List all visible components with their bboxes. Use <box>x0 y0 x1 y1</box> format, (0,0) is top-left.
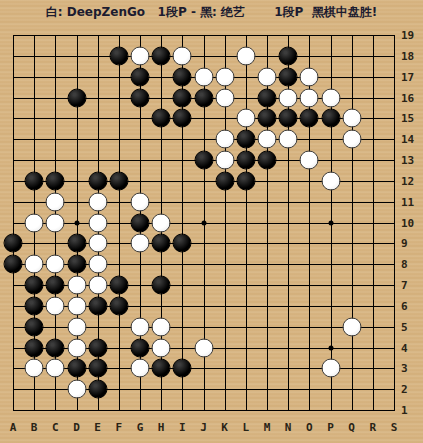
white-stone-L18 <box>236 46 255 65</box>
white-stone-P16 <box>321 88 340 107</box>
white-stone-G11 <box>131 192 150 211</box>
white-stone-C8 <box>46 255 65 274</box>
white-stone-E11 <box>88 192 107 211</box>
black-stone-L12 <box>236 171 255 190</box>
black-stone-N17 <box>279 67 298 86</box>
black-stone-B6 <box>25 296 44 315</box>
row-label-4: 4 <box>401 341 421 354</box>
white-stone-Q15 <box>342 109 361 128</box>
black-stone-I16 <box>173 88 192 107</box>
black-stone-D9 <box>67 234 86 253</box>
white-stone-Q5 <box>342 317 361 336</box>
white-stone-E9 <box>88 234 107 253</box>
row-label-11: 11 <box>401 195 421 208</box>
white-stone-Q14 <box>342 130 361 149</box>
column-label-Q: Q <box>348 421 355 434</box>
white-stone-C11 <box>46 192 65 211</box>
row-label-18: 18 <box>401 49 421 62</box>
column-label-E: E <box>94 421 101 434</box>
black-stone-M13 <box>258 151 277 170</box>
black-stone-I3 <box>173 359 192 378</box>
column-label-L: L <box>243 421 250 434</box>
white-stone-G18 <box>131 46 150 65</box>
white-stone-O16 <box>300 88 319 107</box>
black-stone-F6 <box>109 296 128 315</box>
column-label-S: S <box>391 421 398 434</box>
column-label-O: O <box>306 421 313 434</box>
black-stone-J16 <box>194 88 213 107</box>
black-stone-E4 <box>88 338 107 357</box>
black-stone-B4 <box>25 338 44 357</box>
black-stone-G10 <box>131 213 150 232</box>
black-stone-I17 <box>173 67 192 86</box>
white-stone-J4 <box>194 338 213 357</box>
black-stone-I15 <box>173 109 192 128</box>
row-label-8: 8 <box>401 258 421 271</box>
black-stone-E3 <box>88 359 107 378</box>
black-stone-F12 <box>109 171 128 190</box>
white-stone-I18 <box>173 46 192 65</box>
black-stone-I9 <box>173 234 192 253</box>
column-label-H: H <box>158 421 165 434</box>
white-stone-B3 <box>25 359 44 378</box>
black-stone-H18 <box>152 46 171 65</box>
row-label-10: 10 <box>401 216 421 229</box>
black-stone-A8 <box>4 255 23 274</box>
grid-line-vertical <box>394 35 395 411</box>
white-stone-D7 <box>67 276 86 295</box>
star-point <box>201 220 206 225</box>
white-stone-O17 <box>300 67 319 86</box>
white-stone-K13 <box>215 151 234 170</box>
white-stone-K16 <box>215 88 234 107</box>
black-stone-O15 <box>300 109 319 128</box>
white-stone-J17 <box>194 67 213 86</box>
white-stone-C6 <box>46 296 65 315</box>
column-label-B: B <box>31 421 38 434</box>
row-label-5: 5 <box>401 320 421 333</box>
black-stone-E2 <box>88 380 107 399</box>
black-stone-G4 <box>131 338 150 357</box>
row-label-15: 15 <box>401 112 421 125</box>
grid-line-vertical <box>373 35 374 411</box>
black-stone-E6 <box>88 296 107 315</box>
black-stone-L14 <box>236 130 255 149</box>
white-stone-D5 <box>67 317 86 336</box>
black-stone-D16 <box>67 88 86 107</box>
row-label-17: 17 <box>401 70 421 83</box>
star-point <box>74 220 79 225</box>
white-stone-O13 <box>300 151 319 170</box>
white-stone-N16 <box>279 88 298 107</box>
black-stone-F18 <box>109 46 128 65</box>
column-label-N: N <box>285 421 292 434</box>
white-stone-H5 <box>152 317 171 336</box>
black-stone-M16 <box>258 88 277 107</box>
black-stone-H7 <box>152 276 171 295</box>
white-stone-B10 <box>25 213 44 232</box>
row-label-7: 7 <box>401 279 421 292</box>
column-label-D: D <box>73 421 80 434</box>
white-stone-K14 <box>215 130 234 149</box>
black-stone-G17 <box>131 67 150 86</box>
row-label-19: 19 <box>401 29 421 42</box>
white-stone-B8 <box>25 255 44 274</box>
grid-line-horizontal <box>13 410 395 411</box>
black-stone-L13 <box>236 151 255 170</box>
column-label-M: M <box>264 421 271 434</box>
white-stone-E8 <box>88 255 107 274</box>
black-stone-G16 <box>131 88 150 107</box>
white-stone-E7 <box>88 276 107 295</box>
white-stone-P12 <box>321 171 340 190</box>
row-label-9: 9 <box>401 237 421 250</box>
black-stone-C7 <box>46 276 65 295</box>
black-stone-K12 <box>215 171 234 190</box>
white-stone-H10 <box>152 213 171 232</box>
white-stone-P3 <box>321 359 340 378</box>
black-stone-F7 <box>109 276 128 295</box>
white-stone-G3 <box>131 359 150 378</box>
star-point <box>328 345 333 350</box>
white-stone-M17 <box>258 67 277 86</box>
white-stone-E10 <box>88 213 107 232</box>
black-stone-H3 <box>152 359 171 378</box>
white-stone-N14 <box>279 130 298 149</box>
row-label-3: 3 <box>401 362 421 375</box>
white-stone-C10 <box>46 213 65 232</box>
star-point <box>328 220 333 225</box>
row-label-2: 2 <box>401 383 421 396</box>
grid-line-vertical <box>246 35 247 411</box>
white-stone-D6 <box>67 296 86 315</box>
column-label-P: P <box>327 421 334 434</box>
white-stone-D4 <box>67 338 86 357</box>
white-stone-H4 <box>152 338 171 357</box>
black-stone-A9 <box>4 234 23 253</box>
black-stone-N18 <box>279 46 298 65</box>
game-info-header: 白: DeepZenGo 1段P - 黑: 绝艺 1段P 黑棋中盘胜! <box>0 4 423 21</box>
column-label-R: R <box>370 421 377 434</box>
column-label-I: I <box>179 421 186 434</box>
black-stone-H9 <box>152 234 171 253</box>
black-stone-B5 <box>25 317 44 336</box>
black-stone-J13 <box>194 151 213 170</box>
black-stone-D8 <box>67 255 86 274</box>
white-stone-M14 <box>258 130 277 149</box>
white-stone-G9 <box>131 234 150 253</box>
row-label-1: 1 <box>401 404 421 417</box>
row-label-12: 12 <box>401 174 421 187</box>
column-label-C: C <box>52 421 59 434</box>
black-stone-N15 <box>279 109 298 128</box>
black-stone-C12 <box>46 171 65 190</box>
column-label-G: G <box>137 421 144 434</box>
white-stone-K17 <box>215 67 234 86</box>
white-stone-C3 <box>46 359 65 378</box>
row-label-6: 6 <box>401 299 421 312</box>
black-stone-M15 <box>258 109 277 128</box>
row-label-14: 14 <box>401 133 421 146</box>
white-stone-G5 <box>131 317 150 336</box>
row-label-16: 16 <box>401 91 421 104</box>
black-stone-B7 <box>25 276 44 295</box>
column-label-J: J <box>200 421 207 434</box>
black-stone-B12 <box>25 171 44 190</box>
white-stone-D2 <box>67 380 86 399</box>
black-stone-E12 <box>88 171 107 190</box>
go-board[interactable] <box>13 35 395 411</box>
black-stone-P15 <box>321 109 340 128</box>
black-stone-D3 <box>67 359 86 378</box>
black-stone-H15 <box>152 109 171 128</box>
column-label-F: F <box>116 421 123 434</box>
row-label-13: 13 <box>401 154 421 167</box>
white-stone-L15 <box>236 109 255 128</box>
grid-line-vertical <box>352 35 353 411</box>
black-stone-C4 <box>46 338 65 357</box>
column-label-K: K <box>221 421 228 434</box>
column-label-A: A <box>10 421 17 434</box>
